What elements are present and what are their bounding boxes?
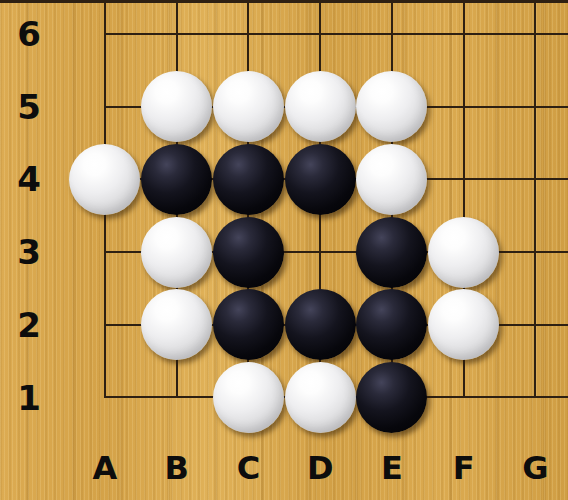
col-label-A: A — [75, 447, 135, 489]
row-label-4: 4 — [8, 158, 50, 200]
row-label-3: 3 — [8, 231, 50, 273]
coordinate-labels: ABCDEFG 654321 — [0, 0, 568, 500]
col-label-G: G — [505, 447, 565, 489]
row-label-1: 1 — [8, 377, 50, 419]
row-label-2: 2 — [8, 304, 50, 346]
row-label-6: 6 — [8, 13, 50, 55]
goban-screenshot: ABCDEFG 654321 — [0, 0, 568, 500]
col-label-B: B — [147, 447, 207, 489]
col-label-E: E — [362, 447, 422, 489]
col-label-C: C — [218, 447, 278, 489]
col-label-D: D — [290, 447, 350, 489]
col-label-F: F — [434, 447, 494, 489]
row-label-5: 5 — [8, 86, 50, 128]
